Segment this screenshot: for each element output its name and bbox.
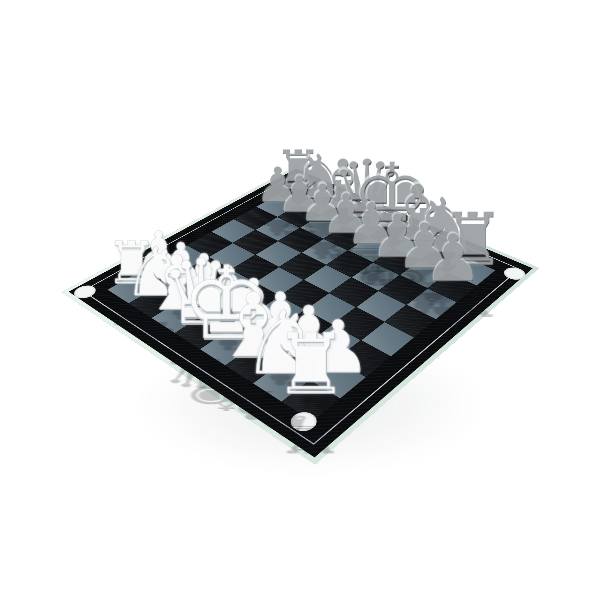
pieces-layer: ♜♜♜♞♞♞♝♝♝♛♛♛♚♚♚♝♝♝♞♞♞♜♜♜♟♟♟♟♟♟♟♟♟♟♟♟♟♟♟♟… bbox=[0, 0, 600, 600]
glass-chess-set-photo: ♜♜♜♞♞♞♝♝♝♛♛♛♚♚♚♝♝♝♞♞♞♜♜♜♟♟♟♟♟♟♟♟♟♟♟♟♟♟♟♟… bbox=[0, 0, 600, 600]
